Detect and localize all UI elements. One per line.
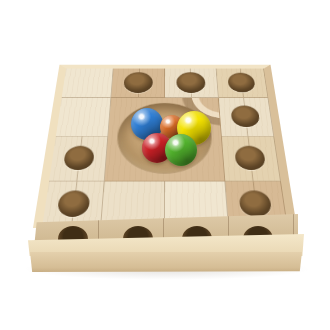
- bore-hole-icon: [63, 146, 95, 169]
- tray-interior: [33, 65, 297, 228]
- hole-block: [222, 136, 281, 181]
- bore-hole-icon: [238, 191, 273, 217]
- block-grid: [42, 69, 288, 228]
- bore-hole-icon: [230, 106, 260, 127]
- hole-block: [111, 69, 165, 98]
- tray-top-perspective: [33, 0, 297, 228]
- hole-block: [49, 136, 108, 181]
- bore-hole-icon: [123, 73, 153, 94]
- product-photo-stage: [0, 0, 330, 330]
- bore-hole-icon: [176, 73, 206, 94]
- plain-block: [62, 69, 114, 98]
- hole-block: [219, 98, 274, 136]
- bore-hole-icon: [227, 73, 256, 92]
- bowl-block: [105, 98, 226, 181]
- hole-block: [165, 69, 219, 98]
- hole-block: [216, 69, 268, 98]
- bore-hole-icon: [56, 191, 91, 217]
- marble-bowl: [116, 103, 213, 173]
- bore-hole-icon: [234, 146, 266, 169]
- plain-block: [56, 98, 111, 136]
- tray-front-wall: [30, 252, 302, 272]
